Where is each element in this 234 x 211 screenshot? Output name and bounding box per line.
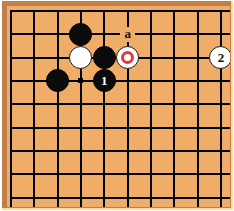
hoshi-point xyxy=(69,69,92,92)
white-stone-move-2: 2 xyxy=(209,46,230,69)
black-stone xyxy=(46,69,69,92)
hoshi-marker xyxy=(78,78,83,83)
circle-marker xyxy=(121,51,134,64)
white-stone-point xyxy=(69,46,92,69)
black-stone-point: 1 xyxy=(93,69,116,92)
move-number-label: 1 xyxy=(101,74,108,87)
move-number-label: 2 xyxy=(218,51,225,64)
white-stone xyxy=(69,46,92,69)
board-edge-right xyxy=(231,1,233,210)
black-stone-point xyxy=(93,46,116,69)
stones-grid: a12 xyxy=(7,6,230,207)
point-label-a: a xyxy=(120,27,135,42)
go-board: a12 xyxy=(7,6,230,207)
black-stone xyxy=(69,23,92,46)
black-stone-move-1: 1 xyxy=(93,69,116,92)
black-stone xyxy=(93,46,116,69)
letter-point: a xyxy=(116,23,139,46)
black-stone-point xyxy=(46,69,69,92)
board-edge-bottom xyxy=(2,208,232,210)
white-stone xyxy=(116,46,139,69)
white-stone-point xyxy=(116,46,139,69)
black-stone-point xyxy=(69,23,92,46)
go-diagram: a12 xyxy=(0,0,234,211)
white-stone-point: 2 xyxy=(209,46,230,69)
